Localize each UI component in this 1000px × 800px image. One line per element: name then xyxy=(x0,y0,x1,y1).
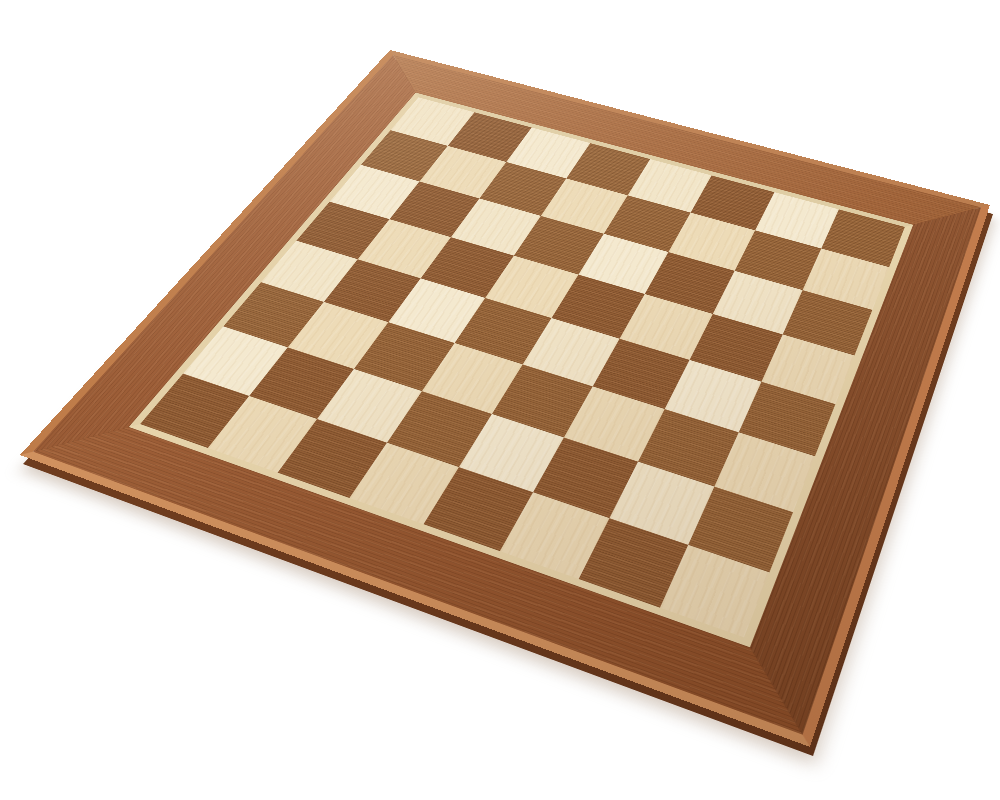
product-photo-scene xyxy=(0,0,1000,800)
